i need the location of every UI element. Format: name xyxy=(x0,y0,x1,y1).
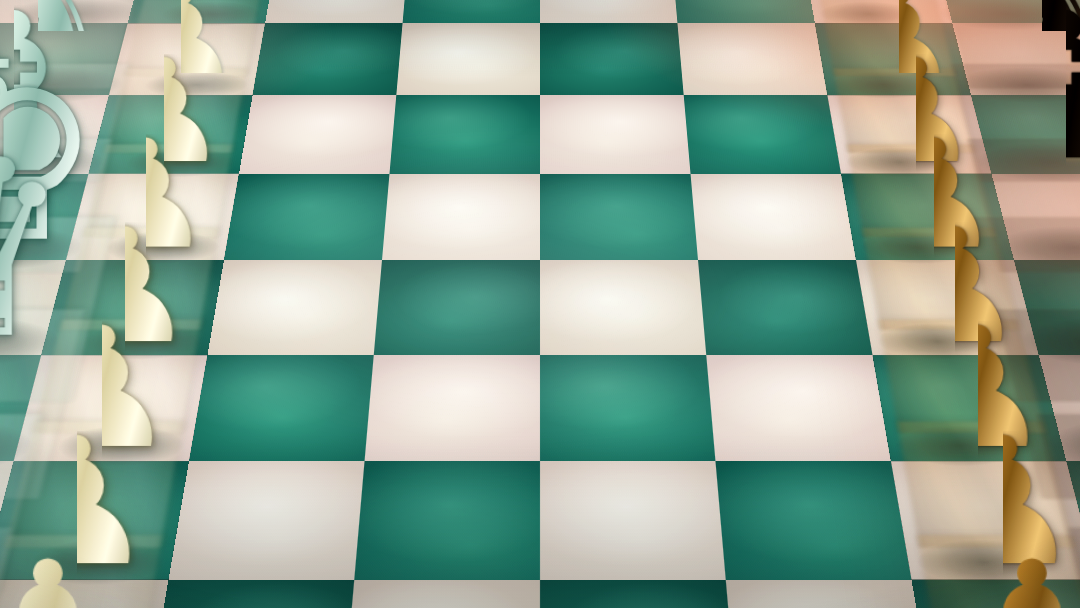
square-f4 xyxy=(389,95,540,174)
square-h3 xyxy=(265,0,408,23)
square-c6 xyxy=(706,355,891,461)
square-h5 xyxy=(540,0,677,23)
square-c3 xyxy=(189,355,374,461)
square-g4 xyxy=(396,23,540,95)
square-a5 xyxy=(540,580,737,608)
square-e3 xyxy=(224,174,389,260)
square-d6 xyxy=(698,260,873,355)
square-d3 xyxy=(207,260,382,355)
square-g6 xyxy=(677,23,827,95)
square-b4 xyxy=(354,461,540,579)
square-b3 xyxy=(169,461,365,579)
square-a2: ♟ xyxy=(0,580,169,608)
chess-photo: ♜♟♟♜♞♟♟♞♝♟♟♝♚♟♟♚♛♟♟♛♝♟♟♝♞♟♟♞♜♟♟♜♜♟♟♜♞♟♟♞… xyxy=(0,0,1080,608)
square-e4 xyxy=(382,174,540,260)
square-c5 xyxy=(540,355,715,461)
scene-3d: ♜♟♟♜♞♟♟♞♝♟♟♝♚♟♟♚♛♟♟♛♝♟♟♝♞♟♟♞♜♟♟♜♜♟♟♜♞♟♟♞… xyxy=(0,0,1080,608)
square-h6 xyxy=(672,0,815,23)
square-e6 xyxy=(691,174,856,260)
square-g5 xyxy=(540,23,684,95)
square-b6 xyxy=(715,461,911,579)
chess-board: ♜♟♟♜♞♟♟♞♝♟♟♝♚♟♟♚♛♟♟♛♝♟♟♝♞♟♟♞♜♟♟♜♜♟♟♜♞♟♟♞… xyxy=(0,0,1080,608)
square-b5 xyxy=(540,461,726,579)
square-h4 xyxy=(403,0,540,23)
square-f3 xyxy=(239,95,396,174)
square-d5 xyxy=(540,260,706,355)
square-c4 xyxy=(365,355,540,461)
pawn-glyph: ♟ xyxy=(0,554,132,608)
square-a6 xyxy=(726,580,935,608)
square-f5 xyxy=(540,95,691,174)
square-a4 xyxy=(343,580,540,608)
square-a7: ♟ xyxy=(911,580,1080,608)
square-d4 xyxy=(374,260,540,355)
square-a3 xyxy=(145,580,354,608)
square-f6 xyxy=(684,95,841,174)
square-g3 xyxy=(253,23,403,95)
square-e5 xyxy=(540,174,698,260)
pawn-glyph: ♟ xyxy=(948,554,1080,608)
